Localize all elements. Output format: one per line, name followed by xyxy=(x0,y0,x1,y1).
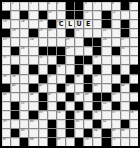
black-cell xyxy=(66,29,74,37)
clue-number: 7 xyxy=(94,2,96,5)
white-cell[interactable]: 38 xyxy=(75,75,83,83)
white-cell[interactable]: 60 xyxy=(29,120,37,128)
white-cell[interactable]: 57 xyxy=(112,111,120,119)
clue-number: 67 xyxy=(3,138,6,141)
white-cell[interactable] xyxy=(84,29,92,37)
black-cell xyxy=(121,120,129,128)
black-cell xyxy=(11,47,19,55)
white-cell[interactable]: 53 xyxy=(39,111,47,119)
white-cell[interactable]: 40 xyxy=(11,84,19,92)
white-cell[interactable]: 14 xyxy=(20,20,28,28)
white-cell[interactable]: 59 xyxy=(2,120,10,128)
white-cell[interactable]: 62 xyxy=(102,120,110,128)
white-cell[interactable]: 15 xyxy=(39,20,47,28)
white-cell[interactable] xyxy=(130,11,138,19)
clue-number: 66 xyxy=(121,129,124,132)
white-cell[interactable] xyxy=(48,111,56,119)
black-cell xyxy=(39,11,47,19)
white-cell[interactable] xyxy=(84,102,92,110)
clue-number: 49 xyxy=(85,93,88,96)
white-cell[interactable] xyxy=(57,120,65,128)
white-cell[interactable]: 42 xyxy=(66,84,74,92)
white-cell[interactable] xyxy=(29,102,37,110)
white-cell[interactable]: 43 xyxy=(93,84,101,92)
white-cell[interactable] xyxy=(130,56,138,64)
white-cell[interactable]: 52 xyxy=(102,102,110,110)
white-cell[interactable] xyxy=(130,129,138,137)
white-cell[interactable] xyxy=(121,138,129,146)
black-cell xyxy=(57,47,65,55)
clue-number: 48 xyxy=(76,93,79,96)
black-cell xyxy=(84,38,92,46)
clue-number: 21 xyxy=(76,29,79,32)
clue-number: 18 xyxy=(12,29,15,32)
white-cell[interactable] xyxy=(20,38,28,46)
clue-number: 15 xyxy=(39,20,42,23)
clue-number: 57 xyxy=(112,111,115,114)
white-cell[interactable] xyxy=(20,56,28,64)
white-cell[interactable] xyxy=(57,38,65,46)
white-cell[interactable] xyxy=(20,111,28,119)
clue-number: 30 xyxy=(121,47,124,50)
clue-number: 39 xyxy=(94,75,97,78)
black-cell xyxy=(93,120,101,128)
white-cell[interactable]: 26 xyxy=(102,38,110,46)
white-cell[interactable]: 28 xyxy=(20,47,28,55)
black-cell xyxy=(75,11,83,19)
white-cell[interactable] xyxy=(20,2,28,10)
white-cell[interactable] xyxy=(102,2,110,10)
white-cell[interactable] xyxy=(57,29,65,37)
white-cell[interactable] xyxy=(102,56,110,64)
white-cell[interactable]: 9 xyxy=(130,2,138,10)
clue-number: 42 xyxy=(66,84,69,87)
white-cell[interactable] xyxy=(130,47,138,55)
white-cell[interactable] xyxy=(112,20,120,28)
black-cell xyxy=(102,129,110,137)
white-cell[interactable]: 68 xyxy=(29,138,37,146)
white-cell[interactable] xyxy=(39,65,47,73)
clue-number: 6 xyxy=(85,2,87,5)
white-cell[interactable] xyxy=(48,38,56,46)
black-cell xyxy=(48,129,56,137)
white-cell[interactable]: 69 xyxy=(57,138,65,146)
white-cell[interactable]: 31 xyxy=(2,56,10,64)
clue-number: 25 xyxy=(66,38,69,41)
white-cell[interactable]: 4 xyxy=(48,2,56,10)
given-letter: C xyxy=(58,21,65,27)
clue-number: 71 xyxy=(112,138,115,141)
white-cell[interactable]: 39 xyxy=(93,75,101,83)
clue-number: 50 xyxy=(112,93,115,96)
white-cell[interactable] xyxy=(11,38,19,46)
white-cell[interactable]: 70 xyxy=(84,138,92,146)
black-cell xyxy=(84,84,92,92)
clue-number: 3 xyxy=(30,2,32,5)
clue-number: 27 xyxy=(121,38,124,41)
clue-number: 34 xyxy=(57,65,60,68)
clue-number: 28 xyxy=(21,47,24,50)
white-cell[interactable]: 63 xyxy=(20,129,28,137)
black-cell xyxy=(66,120,74,128)
white-cell[interactable] xyxy=(102,75,110,83)
clue-number: 2 xyxy=(12,2,14,5)
white-cell[interactable] xyxy=(112,56,120,64)
white-cell[interactable] xyxy=(20,75,28,83)
white-cell[interactable] xyxy=(2,129,10,137)
white-cell[interactable]: 18 xyxy=(11,29,19,37)
white-cell[interactable]: 6 xyxy=(84,2,92,10)
white-cell[interactable]: 32 xyxy=(39,56,47,64)
white-cell[interactable]: 16C xyxy=(57,20,65,28)
clue-number: 60 xyxy=(30,120,33,123)
clue-number: 40 xyxy=(12,84,15,87)
white-cell[interactable]: 25 xyxy=(66,38,74,46)
white-cell[interactable] xyxy=(121,111,129,119)
white-cell[interactable]: 41 xyxy=(39,84,47,92)
clue-number: 4 xyxy=(48,2,50,5)
white-cell[interactable] xyxy=(39,38,47,46)
clue-number: 1 xyxy=(3,2,5,5)
white-cell[interactable]: 1 xyxy=(2,2,10,10)
white-cell[interactable]: 21 xyxy=(75,29,83,37)
white-cell[interactable] xyxy=(112,120,120,128)
black-cell xyxy=(121,75,129,83)
black-cell xyxy=(121,29,129,37)
white-cell[interactable] xyxy=(29,47,37,55)
clue-number: 13 xyxy=(3,20,6,23)
white-cell[interactable]: 50 xyxy=(112,93,120,101)
black-cell xyxy=(84,111,92,119)
white-cell[interactable]: 44 xyxy=(121,84,129,92)
white-cell[interactable] xyxy=(57,75,65,83)
clue-number: 56 xyxy=(94,111,97,114)
white-cell[interactable] xyxy=(130,38,138,46)
clue-number: 38 xyxy=(76,75,79,78)
white-cell[interactable] xyxy=(130,75,138,83)
black-cell xyxy=(75,56,83,64)
white-cell[interactable] xyxy=(11,20,19,28)
clue-number: 58 xyxy=(130,111,133,114)
black-cell xyxy=(29,65,37,73)
black-cell xyxy=(112,47,120,55)
clue-number: 11 xyxy=(85,11,88,14)
clue-number: 59 xyxy=(3,120,6,123)
clue-number: 47 xyxy=(48,93,51,96)
clue-number: 61 xyxy=(76,120,79,123)
clue-number: 70 xyxy=(85,138,88,141)
white-cell[interactable]: 45 xyxy=(2,93,10,101)
white-cell[interactable] xyxy=(2,102,10,110)
black-cell xyxy=(112,84,120,92)
white-cell[interactable]: 56 xyxy=(93,111,101,119)
white-cell[interactable] xyxy=(75,38,83,46)
white-cell[interactable] xyxy=(20,29,28,37)
black-cell xyxy=(66,129,74,137)
black-cell xyxy=(48,47,56,55)
black-cell xyxy=(11,111,19,119)
white-cell[interactable] xyxy=(39,129,47,137)
white-cell[interactable]: 49 xyxy=(84,93,92,101)
white-cell[interactable] xyxy=(66,138,74,146)
clue-number: 23 xyxy=(3,38,6,41)
white-cell[interactable] xyxy=(20,65,28,73)
clue-number: 69 xyxy=(57,138,60,141)
black-cell xyxy=(66,2,74,10)
white-cell[interactable]: 61 xyxy=(75,120,83,128)
white-cell[interactable]: 2 xyxy=(11,2,19,10)
black-cell xyxy=(93,102,101,110)
white-cell[interactable]: 20 xyxy=(48,29,56,37)
given-letter: L xyxy=(67,21,74,27)
white-cell[interactable]: 30 xyxy=(121,47,129,55)
white-cell[interactable]: 17U xyxy=(75,20,83,28)
white-cell[interactable]: 3 xyxy=(29,2,37,10)
white-cell[interactable]: 29 xyxy=(66,47,74,55)
white-cell[interactable]: 54 xyxy=(57,111,65,119)
black-cell xyxy=(57,56,65,64)
black-cell xyxy=(75,102,83,110)
white-cell[interactable] xyxy=(102,84,110,92)
black-cell xyxy=(20,138,28,146)
black-cell xyxy=(84,56,92,64)
clue-number: 54 xyxy=(57,111,60,114)
white-cell[interactable] xyxy=(20,120,28,128)
white-cell[interactable]: 33 xyxy=(93,56,101,64)
white-cell[interactable] xyxy=(121,65,129,73)
clue-number: 9 xyxy=(130,2,132,5)
white-cell[interactable] xyxy=(112,38,120,46)
white-cell[interactable] xyxy=(2,65,10,73)
white-cell[interactable]: 22 xyxy=(102,29,110,37)
black-cell xyxy=(66,75,74,83)
white-cell[interactable] xyxy=(39,120,47,128)
white-cell[interactable] xyxy=(39,2,47,10)
white-cell[interactable] xyxy=(11,138,19,146)
black-cell xyxy=(84,75,92,83)
white-cell[interactable] xyxy=(48,102,56,110)
white-cell[interactable] xyxy=(57,11,65,19)
white-cell[interactable]: 48 xyxy=(75,93,83,101)
clue-number: 35 xyxy=(3,75,6,78)
black-cell xyxy=(39,47,47,55)
white-cell[interactable] xyxy=(57,93,65,101)
white-cell[interactable] xyxy=(66,56,74,64)
black-cell xyxy=(66,111,74,119)
white-cell[interactable] xyxy=(93,20,101,28)
black-cell xyxy=(121,2,129,10)
clue-number: 20 xyxy=(48,29,51,32)
white-cell[interactable]: 35 xyxy=(2,75,10,83)
clue-number: 22 xyxy=(103,29,106,32)
white-cell[interactable]: 58 xyxy=(130,111,138,119)
black-cell xyxy=(130,102,138,110)
clue-number: 44 xyxy=(121,84,124,87)
white-cell[interactable]: 27 xyxy=(121,38,129,46)
white-cell[interactable]: 10 xyxy=(48,11,56,19)
white-cell[interactable]: 7 xyxy=(93,2,101,10)
white-cell[interactable] xyxy=(130,29,138,37)
white-cell[interactable]: 11 xyxy=(84,11,92,19)
black-cell xyxy=(57,84,65,92)
white-cell[interactable] xyxy=(102,111,110,119)
black-cell xyxy=(75,138,83,146)
clue-number: 64 xyxy=(94,129,97,132)
black-cell xyxy=(93,47,101,55)
white-cell[interactable] xyxy=(66,102,74,110)
white-cell[interactable]: 23 xyxy=(2,38,10,46)
clue-number: 37 xyxy=(48,75,51,78)
white-cell[interactable] xyxy=(48,56,56,64)
white-cell[interactable] xyxy=(11,120,19,128)
white-cell[interactable] xyxy=(29,56,37,64)
black-cell xyxy=(130,84,138,92)
white-cell[interactable]: 19 xyxy=(39,29,47,37)
black-cell xyxy=(93,93,101,101)
black-cell xyxy=(84,129,92,137)
clue-number: 45 xyxy=(3,93,6,96)
white-cell[interactable]: 66 xyxy=(121,129,129,137)
white-cell[interactable] xyxy=(84,120,92,128)
puzzle-frame: 12345678910111213141516CL17UE18192021222… xyxy=(0,0,140,148)
black-cell xyxy=(48,138,56,146)
white-cell[interactable] xyxy=(112,75,120,83)
clue-number: 68 xyxy=(30,138,33,141)
clue-number: 36 xyxy=(12,75,15,78)
white-cell[interactable] xyxy=(121,56,129,64)
clue-number: 12 xyxy=(112,11,115,14)
white-cell[interactable] xyxy=(48,84,56,92)
white-cell[interactable]: 5 xyxy=(57,2,65,10)
white-cell[interactable] xyxy=(66,65,74,73)
black-cell xyxy=(121,20,129,28)
white-cell[interactable] xyxy=(29,129,37,137)
black-cell xyxy=(66,93,74,101)
white-cell[interactable] xyxy=(11,56,19,64)
white-cell[interactable] xyxy=(102,47,110,55)
white-cell[interactable] xyxy=(20,84,28,92)
black-cell xyxy=(112,65,120,73)
clue-number: 10 xyxy=(48,11,51,14)
black-cell xyxy=(112,102,120,110)
clue-number: 8 xyxy=(112,2,114,5)
clue-number: 51 xyxy=(21,102,24,105)
white-cell[interactable] xyxy=(84,47,92,55)
white-cell[interactable]: 24 xyxy=(29,38,37,46)
white-cell[interactable] xyxy=(75,129,83,137)
white-cell[interactable]: 34 xyxy=(57,65,65,73)
clue-number: 14 xyxy=(21,20,24,23)
black-cell xyxy=(39,102,47,110)
black-cell xyxy=(2,84,10,92)
black-cell xyxy=(130,65,138,73)
black-cell xyxy=(48,120,56,128)
white-cell[interactable]: 64 xyxy=(93,129,101,137)
black-cell xyxy=(93,38,101,46)
white-cell[interactable]: E xyxy=(84,20,92,28)
white-cell[interactable]: 8 xyxy=(112,2,120,10)
clue-number: 43 xyxy=(94,84,97,87)
white-cell[interactable] xyxy=(2,47,10,55)
white-cell[interactable] xyxy=(112,29,120,37)
clue-number: 53 xyxy=(39,111,42,114)
white-cell[interactable] xyxy=(29,11,37,19)
crossword-board: 12345678910111213141516CL17UE18192021222… xyxy=(2,2,138,146)
white-cell[interactable]: L xyxy=(66,20,74,28)
clue-number: 62 xyxy=(103,120,106,123)
white-cell[interactable] xyxy=(121,102,129,110)
clue-number: 65 xyxy=(112,129,115,132)
white-cell[interactable] xyxy=(20,93,28,101)
white-cell[interactable]: 67 xyxy=(2,138,10,146)
clue-number: 46 xyxy=(30,93,33,96)
clue-number: 31 xyxy=(3,56,6,59)
white-cell[interactable]: 37 xyxy=(48,75,56,83)
white-cell[interactable] xyxy=(11,93,19,101)
white-cell[interactable] xyxy=(121,93,129,101)
white-cell[interactable] xyxy=(29,75,37,83)
white-cell[interactable]: 47 xyxy=(48,93,56,101)
black-cell xyxy=(2,29,10,37)
black-cell xyxy=(11,102,19,110)
white-cell[interactable] xyxy=(11,11,19,19)
black-cell xyxy=(39,75,47,83)
white-cell[interactable] xyxy=(75,84,83,92)
clue-number: 52 xyxy=(103,102,106,105)
white-cell[interactable] xyxy=(93,11,101,19)
white-cell[interactable] xyxy=(130,93,138,101)
black-cell xyxy=(2,11,10,19)
white-cell[interactable]: 51 xyxy=(20,102,28,110)
white-cell[interactable]: 13 xyxy=(2,20,10,28)
clue-number: 33 xyxy=(94,56,97,59)
clue-number: 26 xyxy=(103,38,106,41)
white-cell[interactable] xyxy=(29,20,37,28)
white-cell[interactable]: 12 xyxy=(112,11,120,19)
clue-number: 19 xyxy=(39,29,42,32)
black-cell xyxy=(20,11,28,19)
black-cell xyxy=(75,2,83,10)
white-cell[interactable] xyxy=(130,120,138,128)
white-cell[interactable] xyxy=(93,29,101,37)
black-cell xyxy=(29,84,37,92)
clue-number: 63 xyxy=(21,129,24,132)
white-cell[interactable]: 36 xyxy=(11,75,19,83)
clue-number: 29 xyxy=(66,47,69,50)
white-cell[interactable] xyxy=(93,138,101,146)
black-cell xyxy=(102,11,110,19)
white-cell[interactable]: 55 xyxy=(75,111,83,119)
white-cell[interactable] xyxy=(39,138,47,146)
clue-number: 5 xyxy=(57,2,59,5)
white-cell[interactable] xyxy=(2,111,10,119)
black-cell xyxy=(48,65,56,73)
white-cell[interactable] xyxy=(121,11,129,19)
white-cell[interactable]: 46 xyxy=(29,93,37,101)
white-cell[interactable] xyxy=(130,20,138,28)
white-cell[interactable]: 65 xyxy=(112,129,120,137)
black-cell xyxy=(102,138,110,146)
white-cell[interactable] xyxy=(84,65,92,73)
white-cell[interactable]: 71 xyxy=(112,138,120,146)
black-cell xyxy=(11,129,19,137)
white-cell[interactable] xyxy=(57,129,65,137)
black-cell xyxy=(48,20,56,28)
black-cell xyxy=(39,93,47,101)
white-cell[interactable] xyxy=(130,138,138,146)
white-cell[interactable] xyxy=(102,65,110,73)
white-cell[interactable] xyxy=(75,47,83,55)
